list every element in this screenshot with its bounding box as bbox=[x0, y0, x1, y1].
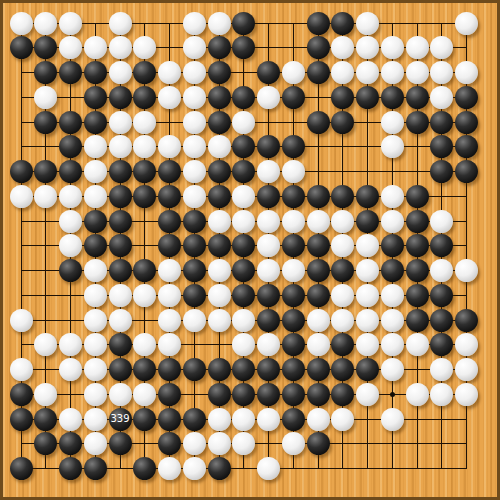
white-stone bbox=[84, 135, 107, 158]
black-stone bbox=[331, 259, 354, 282]
black-stone bbox=[232, 160, 255, 183]
black-stone bbox=[183, 408, 206, 431]
black-stone bbox=[208, 160, 231, 183]
go-board[interactable]: 339 bbox=[0, 0, 500, 500]
white-stone bbox=[59, 36, 82, 59]
white-stone bbox=[109, 61, 132, 84]
white-stone bbox=[183, 36, 206, 59]
white-stone bbox=[158, 457, 181, 480]
white-stone bbox=[208, 12, 231, 35]
white-stone bbox=[430, 86, 453, 109]
white-stone bbox=[158, 309, 181, 332]
white-stone bbox=[257, 408, 280, 431]
white-stone bbox=[331, 284, 354, 307]
white-stone bbox=[455, 12, 478, 35]
black-stone bbox=[282, 383, 305, 406]
black-stone bbox=[307, 185, 330, 208]
white-stone bbox=[84, 358, 107, 381]
screenshot-stage: 339 bbox=[0, 0, 500, 500]
black-stone bbox=[430, 284, 453, 307]
white-stone bbox=[208, 309, 231, 332]
move-number-stone: 339 bbox=[109, 408, 132, 431]
black-stone bbox=[282, 408, 305, 431]
black-stone bbox=[34, 408, 57, 431]
white-stone bbox=[356, 36, 379, 59]
white-stone bbox=[109, 383, 132, 406]
black-stone bbox=[406, 259, 429, 282]
black-stone bbox=[406, 309, 429, 332]
black-stone bbox=[183, 234, 206, 257]
white-stone bbox=[183, 111, 206, 134]
white-stone bbox=[208, 210, 231, 233]
white-stone bbox=[381, 408, 404, 431]
black-stone bbox=[257, 358, 280, 381]
black-stone bbox=[10, 408, 33, 431]
white-stone bbox=[208, 284, 231, 307]
white-stone bbox=[232, 333, 255, 356]
white-stone bbox=[257, 259, 280, 282]
black-stone bbox=[282, 185, 305, 208]
black-stone bbox=[307, 234, 330, 257]
white-stone bbox=[183, 185, 206, 208]
black-stone bbox=[59, 135, 82, 158]
black-stone bbox=[356, 358, 379, 381]
black-stone bbox=[430, 111, 453, 134]
white-stone bbox=[356, 309, 379, 332]
white-stone bbox=[331, 309, 354, 332]
white-stone bbox=[133, 284, 156, 307]
black-stone bbox=[430, 234, 453, 257]
white-stone bbox=[430, 383, 453, 406]
white-stone bbox=[257, 86, 280, 109]
white-stone bbox=[84, 333, 107, 356]
white-stone bbox=[282, 160, 305, 183]
black-stone bbox=[133, 160, 156, 183]
black-stone bbox=[232, 12, 255, 35]
black-stone bbox=[331, 111, 354, 134]
white-stone bbox=[356, 383, 379, 406]
white-stone bbox=[84, 36, 107, 59]
white-stone bbox=[232, 432, 255, 455]
white-stone bbox=[406, 333, 429, 356]
white-stone bbox=[183, 135, 206, 158]
black-stone bbox=[133, 408, 156, 431]
white-stone bbox=[183, 86, 206, 109]
white-stone bbox=[430, 358, 453, 381]
black-stone bbox=[10, 457, 33, 480]
black-stone bbox=[59, 61, 82, 84]
black-stone bbox=[356, 210, 379, 233]
black-stone bbox=[133, 185, 156, 208]
black-stone bbox=[232, 284, 255, 307]
black-stone bbox=[232, 383, 255, 406]
black-stone bbox=[34, 61, 57, 84]
black-stone bbox=[331, 12, 354, 35]
white-stone bbox=[10, 12, 33, 35]
black-stone bbox=[381, 234, 404, 257]
white-stone bbox=[34, 333, 57, 356]
white-stone bbox=[133, 36, 156, 59]
white-stone bbox=[84, 408, 107, 431]
white-stone bbox=[59, 358, 82, 381]
black-stone bbox=[232, 234, 255, 257]
black-stone bbox=[257, 135, 280, 158]
black-stone bbox=[307, 284, 330, 307]
white-stone bbox=[381, 185, 404, 208]
black-stone bbox=[59, 457, 82, 480]
white-stone bbox=[307, 408, 330, 431]
white-stone bbox=[307, 210, 330, 233]
white-stone bbox=[183, 432, 206, 455]
white-stone bbox=[257, 333, 280, 356]
white-stone bbox=[331, 234, 354, 257]
white-stone bbox=[109, 135, 132, 158]
black-stone bbox=[158, 408, 181, 431]
white-stone bbox=[59, 234, 82, 257]
black-stone bbox=[331, 185, 354, 208]
white-stone bbox=[183, 12, 206, 35]
black-stone bbox=[109, 432, 132, 455]
white-stone bbox=[84, 185, 107, 208]
black-stone bbox=[430, 135, 453, 158]
white-stone bbox=[84, 309, 107, 332]
black-stone bbox=[307, 432, 330, 455]
black-stone bbox=[430, 333, 453, 356]
white-stone bbox=[282, 432, 305, 455]
black-stone bbox=[158, 234, 181, 257]
white-stone bbox=[183, 457, 206, 480]
white-stone bbox=[109, 309, 132, 332]
black-stone bbox=[406, 86, 429, 109]
black-stone bbox=[59, 160, 82, 183]
black-stone bbox=[282, 309, 305, 332]
black-stone bbox=[183, 358, 206, 381]
black-stone bbox=[430, 160, 453, 183]
black-stone bbox=[109, 185, 132, 208]
black-stone bbox=[307, 259, 330, 282]
white-stone bbox=[356, 61, 379, 84]
black-stone bbox=[183, 259, 206, 282]
black-stone bbox=[183, 210, 206, 233]
white-stone bbox=[34, 86, 57, 109]
white-stone bbox=[59, 210, 82, 233]
white-stone bbox=[208, 259, 231, 282]
black-stone bbox=[331, 86, 354, 109]
black-stone bbox=[381, 259, 404, 282]
white-stone bbox=[381, 358, 404, 381]
white-stone bbox=[133, 333, 156, 356]
white-stone bbox=[158, 284, 181, 307]
white-stone bbox=[232, 210, 255, 233]
black-stone bbox=[406, 210, 429, 233]
black-stone bbox=[232, 358, 255, 381]
black-stone bbox=[133, 358, 156, 381]
black-stone bbox=[109, 333, 132, 356]
black-stone bbox=[307, 61, 330, 84]
white-stone bbox=[406, 36, 429, 59]
black-stone bbox=[282, 86, 305, 109]
black-stone bbox=[208, 234, 231, 257]
white-stone bbox=[109, 36, 132, 59]
black-stone bbox=[455, 135, 478, 158]
black-stone bbox=[10, 160, 33, 183]
white-stone bbox=[455, 358, 478, 381]
black-stone bbox=[381, 86, 404, 109]
black-stone bbox=[109, 259, 132, 282]
black-stone bbox=[158, 210, 181, 233]
black-stone bbox=[257, 383, 280, 406]
black-stone bbox=[109, 160, 132, 183]
white-stone bbox=[282, 210, 305, 233]
white-stone bbox=[133, 135, 156, 158]
black-stone bbox=[208, 383, 231, 406]
white-stone bbox=[381, 111, 404, 134]
white-stone bbox=[208, 432, 231, 455]
black-stone bbox=[257, 284, 280, 307]
white-stone bbox=[356, 12, 379, 35]
white-stone bbox=[381, 210, 404, 233]
white-stone bbox=[183, 160, 206, 183]
black-stone bbox=[133, 259, 156, 282]
white-stone bbox=[455, 333, 478, 356]
black-stone bbox=[208, 61, 231, 84]
black-stone bbox=[307, 383, 330, 406]
black-stone bbox=[59, 111, 82, 134]
black-stone bbox=[34, 160, 57, 183]
white-stone bbox=[59, 185, 82, 208]
black-stone bbox=[133, 86, 156, 109]
black-stone bbox=[257, 61, 280, 84]
black-stone bbox=[430, 309, 453, 332]
black-stone bbox=[158, 432, 181, 455]
white-stone bbox=[257, 457, 280, 480]
white-stone bbox=[455, 61, 478, 84]
black-stone bbox=[356, 185, 379, 208]
white-stone bbox=[208, 408, 231, 431]
black-stone bbox=[158, 358, 181, 381]
black-stone bbox=[10, 36, 33, 59]
white-stone bbox=[158, 259, 181, 282]
white-stone bbox=[133, 111, 156, 134]
black-stone bbox=[257, 185, 280, 208]
black-stone bbox=[307, 36, 330, 59]
white-stone bbox=[59, 12, 82, 35]
white-stone bbox=[232, 408, 255, 431]
white-stone bbox=[381, 135, 404, 158]
white-stone bbox=[59, 408, 82, 431]
white-stone bbox=[307, 333, 330, 356]
white-stone bbox=[307, 309, 330, 332]
white-stone bbox=[34, 12, 57, 35]
white-stone bbox=[10, 309, 33, 332]
white-stone bbox=[356, 333, 379, 356]
white-stone bbox=[331, 36, 354, 59]
white-stone bbox=[356, 234, 379, 257]
white-stone bbox=[331, 61, 354, 84]
white-stone bbox=[84, 160, 107, 183]
white-stone bbox=[381, 309, 404, 332]
white-stone bbox=[183, 309, 206, 332]
black-stone bbox=[208, 185, 231, 208]
black-stone bbox=[59, 259, 82, 282]
white-stone bbox=[208, 135, 231, 158]
black-stone bbox=[307, 12, 330, 35]
black-stone bbox=[455, 309, 478, 332]
black-stone bbox=[406, 185, 429, 208]
black-stone bbox=[84, 111, 107, 134]
white-stone bbox=[356, 259, 379, 282]
white-stone bbox=[381, 36, 404, 59]
white-stone bbox=[406, 61, 429, 84]
black-stone bbox=[307, 111, 330, 134]
move-number-label: 339 bbox=[110, 414, 129, 424]
white-stone bbox=[158, 333, 181, 356]
white-stone bbox=[282, 61, 305, 84]
black-stone bbox=[331, 333, 354, 356]
black-stone bbox=[232, 36, 255, 59]
black-stone bbox=[84, 234, 107, 257]
black-stone bbox=[208, 36, 231, 59]
black-stone bbox=[34, 432, 57, 455]
black-stone bbox=[282, 358, 305, 381]
black-stone bbox=[282, 333, 305, 356]
white-stone bbox=[158, 61, 181, 84]
black-stone bbox=[455, 160, 478, 183]
black-stone bbox=[59, 432, 82, 455]
black-stone bbox=[406, 111, 429, 134]
white-stone bbox=[158, 135, 181, 158]
white-stone bbox=[34, 383, 57, 406]
white-stone bbox=[232, 185, 255, 208]
white-stone bbox=[381, 284, 404, 307]
black-stone bbox=[356, 86, 379, 109]
black-stone bbox=[183, 284, 206, 307]
white-stone bbox=[84, 284, 107, 307]
black-stone bbox=[158, 383, 181, 406]
black-stone bbox=[84, 210, 107, 233]
white-stone bbox=[10, 358, 33, 381]
white-stone bbox=[455, 383, 478, 406]
black-stone bbox=[84, 61, 107, 84]
black-stone bbox=[208, 457, 231, 480]
white-stone bbox=[84, 432, 107, 455]
black-stone bbox=[331, 383, 354, 406]
black-stone bbox=[282, 284, 305, 307]
white-stone bbox=[430, 61, 453, 84]
white-stone bbox=[381, 61, 404, 84]
white-stone bbox=[406, 383, 429, 406]
white-stone bbox=[430, 210, 453, 233]
white-stone bbox=[133, 383, 156, 406]
black-stone bbox=[158, 160, 181, 183]
black-stone bbox=[84, 86, 107, 109]
black-stone bbox=[282, 135, 305, 158]
white-stone bbox=[59, 333, 82, 356]
black-stone bbox=[109, 86, 132, 109]
black-stone bbox=[232, 259, 255, 282]
white-stone bbox=[257, 160, 280, 183]
black-stone bbox=[232, 135, 255, 158]
black-stone bbox=[109, 234, 132, 257]
black-stone bbox=[406, 234, 429, 257]
white-stone bbox=[84, 383, 107, 406]
white-stone bbox=[158, 86, 181, 109]
black-stone bbox=[133, 457, 156, 480]
white-stone bbox=[10, 185, 33, 208]
white-stone bbox=[257, 234, 280, 257]
white-stone bbox=[331, 408, 354, 431]
white-stone bbox=[34, 185, 57, 208]
black-stone bbox=[282, 234, 305, 257]
white-stone bbox=[356, 284, 379, 307]
black-stone bbox=[109, 358, 132, 381]
white-stone bbox=[331, 210, 354, 233]
black-stone bbox=[208, 358, 231, 381]
white-stone bbox=[109, 111, 132, 134]
black-stone bbox=[455, 111, 478, 134]
black-stone bbox=[34, 111, 57, 134]
white-stone bbox=[183, 61, 206, 84]
white-stone bbox=[455, 259, 478, 282]
white-stone bbox=[84, 259, 107, 282]
black-stone bbox=[10, 383, 33, 406]
black-stone bbox=[158, 185, 181, 208]
black-stone bbox=[208, 111, 231, 134]
black-stone bbox=[257, 309, 280, 332]
white-stone bbox=[109, 12, 132, 35]
white-stone bbox=[109, 284, 132, 307]
black-stone bbox=[331, 358, 354, 381]
star-point bbox=[390, 392, 395, 397]
black-stone bbox=[133, 61, 156, 84]
black-stone bbox=[307, 358, 330, 381]
white-stone bbox=[430, 36, 453, 59]
white-stone bbox=[257, 210, 280, 233]
white-stone bbox=[232, 309, 255, 332]
black-stone bbox=[109, 210, 132, 233]
black-stone bbox=[84, 457, 107, 480]
black-stone bbox=[208, 86, 231, 109]
black-stone bbox=[232, 86, 255, 109]
white-stone bbox=[282, 259, 305, 282]
white-stone bbox=[232, 111, 255, 134]
white-stone bbox=[381, 333, 404, 356]
black-stone bbox=[406, 284, 429, 307]
white-stone bbox=[430, 259, 453, 282]
black-stone bbox=[34, 36, 57, 59]
black-stone bbox=[455, 86, 478, 109]
